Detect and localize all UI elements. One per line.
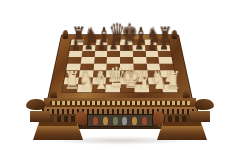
carved-figure-left — [76, 111, 87, 125]
square-h1: ♜ — [162, 85, 177, 93]
square-b1: ♞ — [77, 85, 92, 93]
gargoyle-plinth — [190, 111, 210, 122]
piece-black-queen: ♛ — [109, 21, 119, 46]
square-d3 — [106, 70, 120, 77]
corner-finial-back-left — [63, 30, 69, 39]
square-e2: ♟ — [120, 77, 134, 84]
piece-white-pawn: ♟ — [79, 70, 90, 85]
piece-white-pawn: ♟ — [107, 70, 118, 85]
carved-accent — [103, 117, 108, 125]
square-h2: ♟ — [161, 77, 176, 84]
chess-board: ♜♞♝♛♚♝♞♜♟♟♟♟♟♟♟♟♟♟♟♟♟♟♟♟♜♞♝♛♚♝♞♜ — [47, 34, 193, 100]
corner-finial-back-right — [172, 30, 178, 39]
board-grid: ♜♞♝♛♚♝♞♜♟♟♟♟♟♟♟♟♟♟♟♟♟♟♟♟♜♞♝♛♚♝♞♜ — [61, 39, 178, 93]
square-e3 — [120, 70, 134, 77]
carved-accent — [132, 117, 137, 125]
square-g1: ♞ — [148, 85, 163, 93]
piece-white-pawn: ♟ — [150, 70, 161, 85]
square-e4 — [120, 64, 133, 71]
square-f2: ♟ — [134, 77, 148, 84]
piece-white-pawn: ♟ — [122, 70, 133, 85]
square-f1: ♝ — [134, 85, 149, 93]
piece-white-pawn: ♟ — [93, 70, 104, 85]
gargoyle-carving-left — [26, 99, 53, 122]
square-g3 — [147, 70, 161, 77]
dentil-molding — [42, 107, 198, 114]
square-a2: ♟ — [64, 77, 79, 84]
square-b2: ♟ — [78, 77, 93, 84]
piece-white-pawn: ♟ — [136, 70, 147, 85]
carved-accent — [142, 117, 147, 125]
center-medallion — [87, 114, 153, 127]
square-b4 — [80, 64, 94, 71]
piece-black-bishop: ♝ — [134, 24, 144, 45]
board-perspective: ♜♞♝♛♚♝♞♜♟♟♟♟♟♟♟♟♟♟♟♟♟♟♟♟♜♞♝♛♚♝♞♜ — [47, 0, 193, 100]
gargoyle-head — [26, 99, 45, 110]
square-b3 — [79, 70, 93, 77]
base-foot-right — [157, 122, 207, 140]
square-a3 — [65, 70, 80, 77]
square-f3 — [133, 70, 147, 77]
square-f4 — [133, 64, 147, 71]
piece-black-bishop: ♝ — [97, 24, 107, 45]
piece-white-pawn: ♟ — [164, 70, 175, 85]
gargoyle-plinth — [30, 111, 50, 122]
square-c1: ♝ — [91, 85, 106, 93]
square-g4 — [146, 64, 160, 71]
carved-figure-right — [153, 111, 164, 125]
piece-black-king: ♚ — [121, 21, 131, 46]
chess-set-product-photo: ♜♞♝♛♚♝♞♜♟♟♟♟♟♟♟♟♟♟♟♟♟♟♟♟♜♞♝♛♚♝♞♜ — [0, 0, 240, 150]
square-a4 — [66, 64, 80, 71]
square-h4 — [159, 64, 173, 71]
square-d2: ♟ — [106, 77, 120, 84]
board-front-edge-inlay — [44, 98, 196, 107]
carved-accent — [93, 117, 98, 125]
piece-black-rook: ♜ — [72, 24, 82, 45]
piece-white-pawn: ♟ — [65, 70, 76, 85]
gargoyle-carving-right — [187, 99, 214, 122]
piece-black-knight: ♞ — [146, 24, 156, 45]
square-g2: ♟ — [148, 77, 163, 84]
gargoyle-head — [195, 99, 214, 110]
piece-black-rook: ♜ — [158, 24, 168, 45]
square-c2: ♟ — [92, 77, 106, 84]
carved-accent — [113, 117, 118, 125]
square-c3 — [92, 70, 106, 77]
square-e1: ♚ — [120, 85, 134, 93]
base-foot-left — [33, 122, 83, 140]
carved-accent — [122, 117, 127, 125]
square-d1: ♛ — [106, 85, 120, 93]
square-d4 — [107, 64, 120, 71]
square-h3 — [160, 70, 175, 77]
square-c4 — [93, 64, 107, 71]
square-a1: ♜ — [62, 85, 77, 93]
piece-black-knight: ♞ — [84, 24, 94, 45]
